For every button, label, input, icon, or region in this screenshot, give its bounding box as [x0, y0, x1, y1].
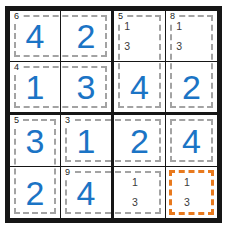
pencil-mark-3: 3 [124, 40, 130, 51]
screen: 421313134231242413136458539 [0, 0, 238, 225]
cage-sum-label: 9 [64, 168, 71, 177]
pencil-mark-3: 3 [132, 197, 138, 208]
selected-cell-highlight[interactable] [169, 170, 214, 215]
pencil-mark-3: 3 [176, 40, 182, 51]
pencil-mark-1: 1 [176, 21, 182, 32]
pencil-mark-1: 1 [132, 177, 138, 188]
cage-sum-label: 3 [64, 116, 71, 125]
cage [170, 119, 213, 162]
cage [14, 119, 56, 214]
cage [14, 15, 107, 57]
cage-sum-label: 8 [169, 12, 176, 21]
pencil-mark-1: 1 [124, 21, 130, 32]
cage-sum-label: 5 [117, 12, 124, 21]
cage [14, 66, 107, 108]
killer-sudoku-board: 421313134231242413136458539 [5, 6, 222, 223]
cage-sum-label: 5 [13, 116, 20, 125]
cage [65, 171, 161, 214]
cage-sum-label: 4 [13, 63, 20, 72]
cage-sum-label: 6 [13, 12, 20, 21]
cage [65, 119, 161, 162]
